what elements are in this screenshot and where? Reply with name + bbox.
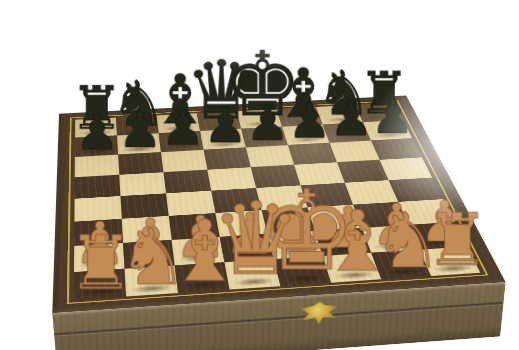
square-a7[interactable]: ♟ (75, 136, 118, 157)
piece-black-pawn[interactable]: ♟ (329, 94, 373, 143)
board-grid: ♜♞♝♛♚♝♞♜♟♟♟♟♟♟♟♟♟♟♟♟♟♟♟♟♜♞♝♛♚♝♞♜ (52, 96, 505, 314)
piece-black-pawn[interactable]: ♟ (287, 96, 331, 145)
square-e7[interactable]: ♟ (241, 127, 288, 148)
photo-stage: ♜♞♝♛♚♝♞♜♟♟♟♟♟♟♟♟♟♟♟♟♟♟♟♟♜♞♝♛♚♝♞♜ (0, 0, 519, 350)
chess-box: ♜♞♝♛♚♝♞♜♟♟♟♟♟♟♟♟♟♟♟♟♟♟♟♟♜♞♝♛♚♝♞♜ (52, 96, 505, 314)
piece-white-rook[interactable]: ♜ (67, 226, 134, 300)
square-h5[interactable] (379, 157, 432, 180)
square-a1[interactable]: ♜ (74, 269, 126, 300)
piece-black-pawn[interactable]: ♟ (245, 99, 289, 148)
square-b7[interactable]: ♟ (117, 133, 161, 154)
clasp-latch (301, 300, 338, 325)
square-d6[interactable] (204, 147, 251, 169)
piece-black-pawn[interactable]: ♟ (117, 105, 161, 155)
square-d7[interactable]: ♟ (200, 129, 246, 150)
square-e6[interactable] (246, 145, 294, 167)
square-a5[interactable] (75, 175, 121, 199)
piece-black-pawn[interactable]: ♟ (370, 92, 413, 140)
square-b5[interactable] (119, 172, 166, 196)
piece-black-pawn[interactable]: ♟ (160, 103, 204, 152)
square-f6[interactable] (288, 143, 337, 165)
square-a6[interactable] (75, 155, 119, 178)
square-h6[interactable] (371, 138, 422, 160)
piece-black-pawn[interactable]: ♟ (203, 101, 247, 150)
square-c5[interactable] (163, 170, 211, 194)
square-c6[interactable] (161, 150, 207, 172)
square-b6[interactable] (118, 152, 163, 175)
square-c7[interactable]: ♟ (159, 131, 204, 152)
piece-black-pawn[interactable]: ♟ (74, 107, 119, 157)
